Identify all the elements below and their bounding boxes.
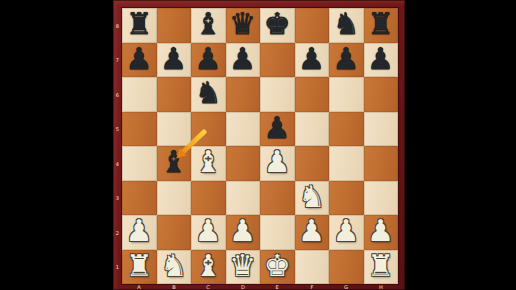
square-g6[interactable] [329,77,364,112]
file-label-A: A [137,284,142,289]
piece-white-queen[interactable]: ♛ [229,251,256,281]
piece-black-pawn[interactable]: ♟ [333,44,360,74]
square-e7[interactable] [260,43,295,78]
file-label-E: E [275,284,280,289]
square-a7[interactable]: ♟ [122,43,157,78]
square-b4[interactable]: ♝ [157,146,192,181]
rank-label-6: 6 [114,91,122,97]
piece-white-rook[interactable]: ♜ [126,251,153,281]
piece-black-pawn[interactable]: ♟ [195,44,222,74]
rank-label-3: 3 [114,195,122,201]
piece-black-bishop[interactable]: ♝ [195,9,222,39]
piece-black-pawn[interactable]: ♟ [264,113,291,143]
piece-black-rook[interactable]: ♜ [367,9,394,39]
piece-black-knight[interactable]: ♞ [333,9,360,39]
file-label-C: C [206,284,211,289]
square-a4[interactable] [122,146,157,181]
square-g7[interactable]: ♟ [329,43,364,78]
piece-white-pawn[interactable]: ♟ [298,216,325,246]
square-d8[interactable]: ♛ [226,8,261,43]
square-c7[interactable]: ♟ [191,43,226,78]
square-f6[interactable] [295,77,330,112]
square-b6[interactable] [157,77,192,112]
rank-label-8: 8 [114,22,122,28]
square-b7[interactable]: ♟ [157,43,192,78]
piece-black-pawn[interactable]: ♟ [160,44,187,74]
square-e3[interactable] [260,181,295,216]
square-g5[interactable] [329,112,364,147]
file-label-F: F [309,284,314,289]
piece-white-king[interactable]: ♚ [264,251,291,281]
piece-black-pawn[interactable]: ♟ [126,44,153,74]
square-b3[interactable] [157,181,192,216]
square-g2[interactable]: ♟ [329,215,364,250]
square-h7[interactable]: ♟ [364,43,399,78]
square-f5[interactable] [295,112,330,147]
square-b8[interactable] [157,8,192,43]
square-h8[interactable]: ♜ [364,8,399,43]
piece-black-bishop[interactable]: ♝ [160,147,187,177]
square-a6[interactable] [122,77,157,112]
square-c4[interactable]: ♝ [191,146,226,181]
square-f3[interactable]: ♞ [295,181,330,216]
square-f1[interactable] [295,250,330,285]
rank-label-7: 7 [114,57,122,63]
square-h3[interactable] [364,181,399,216]
square-d3[interactable] [226,181,261,216]
square-b5[interactable] [157,112,192,147]
square-e2[interactable] [260,215,295,250]
square-c8[interactable]: ♝ [191,8,226,43]
rank-label-4: 4 [114,160,122,166]
square-a5[interactable] [122,112,157,147]
square-h5[interactable] [364,112,399,147]
piece-white-knight[interactable]: ♞ [160,251,187,281]
piece-white-rook[interactable]: ♜ [367,251,394,281]
square-h6[interactable] [364,77,399,112]
square-d6[interactable] [226,77,261,112]
file-label-D: D [240,284,245,289]
square-g3[interactable] [329,181,364,216]
piece-black-pawn[interactable]: ♟ [367,44,394,74]
square-d2[interactable]: ♟ [226,215,261,250]
square-a1[interactable]: ♜ [122,250,157,285]
piece-black-king[interactable]: ♚ [264,9,291,39]
square-b1[interactable]: ♞ [157,250,192,285]
file-label-H: H [378,284,383,289]
piece-white-knight[interactable]: ♞ [298,182,325,212]
piece-white-pawn[interactable]: ♟ [195,216,222,246]
square-e4[interactable]: ♟ [260,146,295,181]
piece-white-pawn[interactable]: ♟ [126,216,153,246]
square-f8[interactable] [295,8,330,43]
square-h1[interactable]: ♜ [364,250,399,285]
piece-black-knight[interactable]: ♞ [195,78,222,108]
square-d1[interactable]: ♛ [226,250,261,285]
piece-black-queen[interactable]: ♛ [229,9,256,39]
square-g4[interactable] [329,146,364,181]
square-d4[interactable] [226,146,261,181]
square-a3[interactable] [122,181,157,216]
square-e5[interactable]: ♟ [260,112,295,147]
piece-black-pawn[interactable]: ♟ [298,44,325,74]
square-d5[interactable] [226,112,261,147]
piece-black-rook[interactable]: ♜ [126,9,153,39]
square-h4[interactable] [364,146,399,181]
square-c6[interactable]: ♞ [191,77,226,112]
piece-white-bishop[interactable]: ♝ [195,251,222,281]
piece-white-pawn[interactable]: ♟ [264,147,291,177]
square-a2[interactable]: ♟ [122,215,157,250]
rank-label-2: 2 [114,229,122,235]
square-g8[interactable]: ♞ [329,8,364,43]
chess-board-frame: ♜♝♛♚♞♜♟♟♟♟♟♟♟♞♟♝♝♟♞♟♟♟♟♟♟♜♞♝♛♚♜ 87654321… [113,0,405,290]
square-e6[interactable] [260,77,295,112]
square-h2[interactable]: ♟ [364,215,399,250]
square-f7[interactable]: ♟ [295,43,330,78]
file-label-G: G [344,284,349,289]
square-b2[interactable] [157,215,192,250]
square-f2[interactable]: ♟ [295,215,330,250]
square-d7[interactable]: ♟ [226,43,261,78]
square-c3[interactable] [191,181,226,216]
square-e8[interactable]: ♚ [260,8,295,43]
square-e1[interactable]: ♚ [260,250,295,285]
rank-label-1: 1 [114,264,122,270]
square-g1[interactable] [329,250,364,285]
piece-white-bishop[interactable]: ♝ [195,147,222,177]
chess-board[interactable]: ♜♝♛♚♞♜♟♟♟♟♟♟♟♞♟♝♝♟♞♟♟♟♟♟♟♜♞♝♛♚♜ [122,8,398,284]
piece-white-pawn[interactable]: ♟ [333,216,360,246]
square-c5[interactable] [191,112,226,147]
piece-white-pawn[interactable]: ♟ [367,216,394,246]
piece-black-pawn[interactable]: ♟ [229,44,256,74]
file-label-B: B [171,284,176,289]
square-f4[interactable] [295,146,330,181]
video-frame: ♜♝♛♚♞♜♟♟♟♟♟♟♟♞♟♝♝♟♞♟♟♟♟♟♟♜♞♝♛♚♜ 87654321… [0,0,516,290]
square-c2[interactable]: ♟ [191,215,226,250]
square-c1[interactable]: ♝ [191,250,226,285]
square-a8[interactable]: ♜ [122,8,157,43]
piece-white-pawn[interactable]: ♟ [229,216,256,246]
rank-label-5: 5 [114,126,122,132]
